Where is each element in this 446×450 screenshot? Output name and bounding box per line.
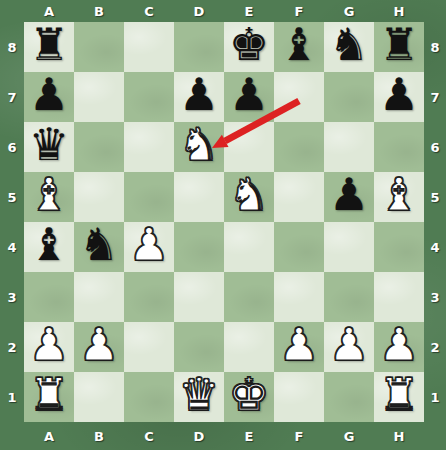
square-d3[interactable]: [174, 272, 224, 322]
piece-black-pawn[interactable]: ♟: [229, 72, 269, 120]
chess-board: ♜♚♝♞♜♟♟♟♟♛♞♝♞♟♝♝♞♟♟♟♟♟♟♜♛♚♜: [24, 22, 424, 422]
square-f5[interactable]: [274, 172, 324, 222]
file-label-f: F: [274, 422, 324, 450]
rank-label-3: 3: [424, 272, 446, 322]
piece-black-bishop[interactable]: ♝: [29, 222, 69, 270]
square-f4[interactable]: [274, 222, 324, 272]
rank-label-4: 4: [0, 222, 24, 272]
piece-white-rook[interactable]: ♜: [29, 372, 69, 420]
square-e8[interactable]: ♚: [224, 22, 274, 72]
square-d7[interactable]: ♟: [174, 72, 224, 122]
square-c6[interactable]: [124, 122, 174, 172]
piece-black-pawn[interactable]: ♟: [179, 72, 219, 120]
piece-white-knight[interactable]: ♞: [179, 122, 219, 170]
square-f3[interactable]: [274, 272, 324, 322]
square-g6[interactable]: [324, 122, 374, 172]
square-d6[interactable]: ♞: [174, 122, 224, 172]
piece-black-king[interactable]: ♚: [229, 22, 269, 70]
file-labels-bottom: ABCDEFGH: [24, 422, 424, 450]
square-a7[interactable]: ♟: [24, 72, 74, 122]
square-a2[interactable]: ♟: [24, 322, 74, 372]
rank-label-6: 6: [0, 122, 24, 172]
rank-labels-right: 87654321: [424, 22, 446, 422]
rank-label-2: 2: [0, 322, 24, 372]
square-b6[interactable]: [74, 122, 124, 172]
square-d5[interactable]: [174, 172, 224, 222]
square-g8[interactable]: ♞: [324, 22, 374, 72]
square-f1[interactable]: [274, 372, 324, 422]
file-label-b: B: [74, 422, 124, 450]
square-e5[interactable]: ♞: [224, 172, 274, 222]
rank-label-7: 7: [424, 72, 446, 122]
file-label-b: B: [74, 0, 124, 22]
square-d1[interactable]: ♛: [174, 372, 224, 422]
square-a6[interactable]: ♛: [24, 122, 74, 172]
chess-diagram: ABCDEFGH 87654321 ♜♚♝♞♜♟♟♟♟♛♞♝♞♟♝♝♞♟♟♟♟♟…: [0, 0, 446, 450]
square-c8[interactable]: [124, 22, 174, 72]
square-a3[interactable]: [24, 272, 74, 322]
square-b2[interactable]: ♟: [74, 322, 124, 372]
square-b7[interactable]: [74, 72, 124, 122]
rank-label-5: 5: [0, 172, 24, 222]
square-g3[interactable]: [324, 272, 374, 322]
square-g5[interactable]: ♟: [324, 172, 374, 222]
rank-label-5: 5: [424, 172, 446, 222]
file-label-e: E: [224, 422, 274, 450]
piece-black-pawn[interactable]: ♟: [29, 72, 69, 120]
square-d8[interactable]: [174, 22, 224, 72]
piece-black-queen[interactable]: ♛: [29, 122, 69, 170]
piece-black-pawn[interactable]: ♟: [379, 72, 419, 120]
piece-white-bishop[interactable]: ♝: [29, 172, 69, 220]
file-label-a: A: [24, 422, 74, 450]
square-h3[interactable]: [374, 272, 424, 322]
file-labels-top: ABCDEFGH: [24, 0, 424, 22]
square-c3[interactable]: [124, 272, 174, 322]
square-e3[interactable]: [224, 272, 274, 322]
square-f7[interactable]: [274, 72, 324, 122]
square-g4[interactable]: [324, 222, 374, 272]
square-b4[interactable]: ♞: [74, 222, 124, 272]
piece-white-pawn[interactable]: ♟: [129, 222, 169, 270]
file-label-g: G: [324, 0, 374, 22]
piece-white-rook[interactable]: ♜: [379, 372, 419, 420]
piece-white-bishop[interactable]: ♝: [379, 172, 419, 220]
square-e4[interactable]: [224, 222, 274, 272]
square-d2[interactable]: [174, 322, 224, 372]
square-h7[interactable]: ♟: [374, 72, 424, 122]
rank-label-4: 4: [424, 222, 446, 272]
square-c5[interactable]: [124, 172, 174, 222]
piece-black-rook[interactable]: ♜: [379, 22, 419, 70]
square-a1[interactable]: ♜: [24, 372, 74, 422]
square-f2[interactable]: ♟: [274, 322, 324, 372]
square-b8[interactable]: [74, 22, 124, 72]
piece-black-rook[interactable]: ♜: [29, 22, 69, 70]
rank-label-8: 8: [0, 22, 24, 72]
square-e7[interactable]: ♟: [224, 72, 274, 122]
square-c7[interactable]: [124, 72, 174, 122]
square-h1[interactable]: ♜: [374, 372, 424, 422]
square-a4[interactable]: ♝: [24, 222, 74, 272]
square-b1[interactable]: [74, 372, 124, 422]
square-e6[interactable]: [224, 122, 274, 172]
file-label-h: H: [374, 422, 424, 450]
piece-white-pawn[interactable]: ♟: [279, 322, 319, 370]
rank-label-1: 1: [0, 372, 24, 422]
piece-white-knight[interactable]: ♞: [229, 172, 269, 220]
square-c2[interactable]: [124, 322, 174, 372]
square-a8[interactable]: ♜: [24, 22, 74, 72]
rank-label-8: 8: [424, 22, 446, 72]
piece-black-pawn[interactable]: ♟: [329, 172, 369, 220]
file-label-c: C: [124, 422, 174, 450]
file-label-d: D: [174, 422, 224, 450]
piece-black-knight[interactable]: ♞: [79, 222, 119, 270]
piece-white-pawn[interactable]: ♟: [79, 322, 119, 370]
square-g1[interactable]: [324, 372, 374, 422]
file-label-g: G: [324, 422, 374, 450]
square-h8[interactable]: ♜: [374, 22, 424, 72]
file-label-d: D: [174, 0, 224, 22]
square-c1[interactable]: [124, 372, 174, 422]
square-h4[interactable]: [374, 222, 424, 272]
square-h2[interactable]: ♟: [374, 322, 424, 372]
piece-white-pawn[interactable]: ♟: [379, 322, 419, 370]
square-c4[interactable]: ♟: [124, 222, 174, 272]
square-f8[interactable]: ♝: [274, 22, 324, 72]
square-g7[interactable]: [324, 72, 374, 122]
file-label-f: F: [274, 0, 324, 22]
rank-label-6: 6: [424, 122, 446, 172]
piece-white-king[interactable]: ♚: [229, 372, 269, 420]
file-label-a: A: [24, 0, 74, 22]
square-g2[interactable]: ♟: [324, 322, 374, 372]
piece-white-queen[interactable]: ♛: [179, 372, 219, 420]
square-b3[interactable]: [74, 272, 124, 322]
file-label-c: C: [124, 0, 174, 22]
piece-white-pawn[interactable]: ♟: [329, 322, 369, 370]
square-b5[interactable]: [74, 172, 124, 222]
square-d4[interactable]: [174, 222, 224, 272]
piece-white-pawn[interactable]: ♟: [29, 322, 69, 370]
square-h5[interactable]: ♝: [374, 172, 424, 222]
file-label-h: H: [374, 0, 424, 22]
rank-label-1: 1: [424, 372, 446, 422]
square-e2[interactable]: [224, 322, 274, 372]
rank-labels-left: 87654321: [0, 22, 24, 422]
rank-label-2: 2: [424, 322, 446, 372]
file-label-e: E: [224, 0, 274, 22]
piece-black-bishop[interactable]: ♝: [279, 22, 319, 70]
square-h6[interactable]: [374, 122, 424, 172]
square-f6[interactable]: [274, 122, 324, 172]
piece-black-knight[interactable]: ♞: [329, 22, 369, 70]
square-a5[interactable]: ♝: [24, 172, 74, 222]
rank-label-7: 7: [0, 72, 24, 122]
rank-label-3: 3: [0, 272, 24, 322]
square-e1[interactable]: ♚: [224, 372, 274, 422]
